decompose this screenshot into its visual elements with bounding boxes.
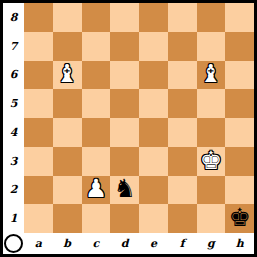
square-e6[interactable]	[139, 61, 168, 90]
square-g2[interactable]	[197, 176, 226, 205]
square-d1[interactable]	[110, 204, 139, 233]
square-f5[interactable]	[168, 89, 197, 118]
file-label-g: g	[197, 233, 226, 254]
chess-diagram: 87654321 ♝♝♚♟♞♚ abcdefgh	[0, 0, 257, 257]
square-h5[interactable]	[225, 89, 254, 118]
square-b5[interactable]	[53, 89, 82, 118]
square-a8[interactable]	[24, 3, 53, 32]
rank-label-6: 6	[3, 61, 24, 90]
file-label-c: c	[82, 233, 111, 254]
file-label-d: d	[110, 233, 139, 254]
chess-board: ♝♝♚♟♞♚	[24, 3, 254, 233]
square-a4[interactable]	[24, 118, 53, 147]
file-label-h: h	[225, 233, 254, 254]
piece-black-king[interactable]: ♚	[228, 205, 250, 230]
square-f7[interactable]	[168, 32, 197, 61]
file-labels: abcdefgh	[24, 233, 254, 254]
square-e1[interactable]	[139, 204, 168, 233]
square-e3[interactable]	[139, 147, 168, 176]
square-c8[interactable]	[82, 3, 111, 32]
file-label-a: a	[24, 233, 53, 254]
rank-label-4: 4	[3, 118, 24, 147]
move-indicator-area	[3, 233, 24, 254]
diagram-inner: 87654321 ♝♝♚♟♞♚ abcdefgh	[3, 3, 254, 254]
square-e2[interactable]	[139, 176, 168, 205]
square-f1[interactable]	[168, 204, 197, 233]
square-d8[interactable]	[110, 3, 139, 32]
square-h2[interactable]	[225, 176, 254, 205]
square-f4[interactable]	[168, 118, 197, 147]
square-b7[interactable]	[53, 32, 82, 61]
rank-label-2: 2	[3, 176, 24, 205]
square-d2[interactable]: ♞	[110, 176, 139, 205]
square-b6[interactable]: ♝	[53, 61, 82, 90]
square-h8[interactable]	[225, 3, 254, 32]
square-a5[interactable]	[24, 89, 53, 118]
square-c1[interactable]	[82, 204, 111, 233]
square-d7[interactable]	[110, 32, 139, 61]
square-a2[interactable]	[24, 176, 53, 205]
square-c6[interactable]	[82, 61, 111, 90]
file-label-b: b	[53, 233, 82, 254]
square-d3[interactable]	[110, 147, 139, 176]
square-f3[interactable]	[168, 147, 197, 176]
square-e4[interactable]	[139, 118, 168, 147]
square-g6[interactable]: ♝	[197, 61, 226, 90]
square-b4[interactable]	[53, 118, 82, 147]
file-label-e: e	[139, 233, 168, 254]
piece-white-bishop[interactable]: ♝	[200, 61, 222, 86]
square-c4[interactable]	[82, 118, 111, 147]
piece-white-pawn[interactable]: ♟	[85, 176, 107, 201]
rank-label-3: 3	[3, 147, 24, 176]
white-to-move-indicator	[4, 234, 23, 253]
square-d4[interactable]	[110, 118, 139, 147]
piece-white-bishop[interactable]: ♝	[56, 61, 78, 86]
rank-label-8: 8	[3, 3, 24, 32]
file-label-f: f	[168, 233, 197, 254]
square-b1[interactable]	[53, 204, 82, 233]
square-e8[interactable]	[139, 3, 168, 32]
square-c5[interactable]	[82, 89, 111, 118]
square-g7[interactable]	[197, 32, 226, 61]
square-d6[interactable]	[110, 61, 139, 90]
piece-black-knight[interactable]: ♞	[113, 176, 135, 201]
square-e5[interactable]	[139, 89, 168, 118]
square-f6[interactable]	[168, 61, 197, 90]
square-h7[interactable]	[225, 32, 254, 61]
square-g1[interactable]	[197, 204, 226, 233]
square-b8[interactable]	[53, 3, 82, 32]
square-a7[interactable]	[24, 32, 53, 61]
square-h4[interactable]	[225, 118, 254, 147]
square-b2[interactable]	[53, 176, 82, 205]
square-f2[interactable]	[168, 176, 197, 205]
piece-white-king[interactable]: ♚	[200, 148, 222, 173]
square-g4[interactable]	[197, 118, 226, 147]
square-a6[interactable]	[24, 61, 53, 90]
square-g3[interactable]: ♚	[197, 147, 226, 176]
square-c2[interactable]: ♟	[82, 176, 111, 205]
square-h1[interactable]: ♚	[225, 204, 254, 233]
square-h3[interactable]	[225, 147, 254, 176]
square-b3[interactable]	[53, 147, 82, 176]
square-h6[interactable]	[225, 61, 254, 90]
square-g8[interactable]	[197, 3, 226, 32]
square-a3[interactable]	[24, 147, 53, 176]
square-c7[interactable]	[82, 32, 111, 61]
square-e7[interactable]	[139, 32, 168, 61]
rank-label-7: 7	[3, 32, 24, 61]
square-d5[interactable]	[110, 89, 139, 118]
rank-label-1: 1	[3, 204, 24, 233]
square-a1[interactable]	[24, 204, 53, 233]
rank-label-5: 5	[3, 89, 24, 118]
square-g5[interactable]	[197, 89, 226, 118]
square-c3[interactable]	[82, 147, 111, 176]
rank-labels: 87654321	[3, 3, 24, 233]
square-f8[interactable]	[168, 3, 197, 32]
